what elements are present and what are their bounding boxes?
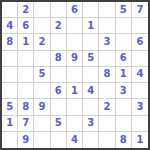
cell-r6c1[interactable]	[2, 83, 18, 99]
cell-r7c4[interactable]	[51, 99, 67, 115]
cell-r8c6[interactable]: 3	[83, 116, 99, 132]
cell-r9c1[interactable]	[2, 132, 18, 148]
cell-r8c1[interactable]: 1	[2, 116, 18, 132]
cell-r8c8[interactable]	[116, 116, 132, 132]
cell-r8c3[interactable]	[34, 116, 50, 132]
cell-r4c5[interactable]: 9	[67, 51, 83, 67]
cell-r6c7[interactable]	[99, 83, 115, 99]
cell-r9c2[interactable]: 9	[18, 132, 34, 148]
cell-r6c6[interactable]: 4	[83, 83, 99, 99]
cell-r1c1[interactable]	[2, 2, 18, 18]
cell-r6c3[interactable]	[34, 83, 50, 99]
cell-r9c7[interactable]	[99, 132, 115, 148]
cell-r2c5[interactable]	[67, 18, 83, 34]
cell-r2c4[interactable]: 2	[51, 18, 67, 34]
cell-r5c1[interactable]	[2, 67, 18, 83]
cell-r7c1[interactable]: 5	[2, 99, 18, 115]
cell-r1c6[interactable]	[83, 2, 99, 18]
cell-r9c4[interactable]	[51, 132, 67, 148]
cell-r7c5[interactable]	[67, 99, 83, 115]
cell-r9c5[interactable]: 4	[67, 132, 83, 148]
cell-r6c2[interactable]	[18, 83, 34, 99]
cell-r5c6[interactable]	[83, 67, 99, 83]
cell-r2c7[interactable]	[99, 18, 115, 34]
cell-r1c5[interactable]: 6	[67, 2, 83, 18]
cell-r2c8[interactable]	[116, 18, 132, 34]
cell-r4c3[interactable]	[34, 51, 50, 67]
cell-r5c5[interactable]	[67, 67, 83, 83]
cell-r2c6[interactable]: 1	[83, 18, 99, 34]
cell-r7c6[interactable]	[83, 99, 99, 115]
cell-r4c6[interactable]: 5	[83, 51, 99, 67]
cell-r1c4[interactable]	[51, 2, 67, 18]
cell-r8c4[interactable]: 5	[51, 116, 67, 132]
cell-r2c2[interactable]: 6	[18, 18, 34, 34]
cell-r1c7[interactable]	[99, 2, 115, 18]
cell-r2c1[interactable]: 4	[2, 18, 18, 34]
cell-r7c7[interactable]: 2	[99, 99, 115, 115]
cell-r5c7[interactable]: 8	[99, 67, 115, 83]
cell-r8c2[interactable]: 7	[18, 116, 34, 132]
cell-r3c8[interactable]	[116, 34, 132, 50]
cell-r5c4[interactable]	[51, 67, 67, 83]
cell-r9c3[interactable]	[34, 132, 50, 148]
cell-r3c2[interactable]: 1	[18, 34, 34, 50]
cell-r5c9[interactable]: 4	[132, 67, 148, 83]
cell-r9c8[interactable]: 8	[116, 132, 132, 148]
cell-r3c9[interactable]: 6	[132, 34, 148, 50]
cell-r3c7[interactable]: 3	[99, 34, 115, 50]
cell-r3c6[interactable]	[83, 34, 99, 50]
cell-r4c8[interactable]: 6	[116, 51, 132, 67]
cell-r1c9[interactable]: 7	[132, 2, 148, 18]
cell-r9c6[interactable]	[83, 132, 99, 148]
cell-r5c3[interactable]: 5	[34, 67, 50, 83]
cell-r6c8[interactable]: 3	[116, 83, 132, 99]
cell-r6c5[interactable]: 1	[67, 83, 83, 99]
cell-r4c7[interactable]	[99, 51, 115, 67]
cell-r4c2[interactable]	[18, 51, 34, 67]
cell-r2c9[interactable]	[132, 18, 148, 34]
cell-r1c8[interactable]: 5	[116, 2, 132, 18]
cell-r1c2[interactable]: 2	[18, 2, 34, 18]
cell-r8c9[interactable]	[132, 116, 148, 132]
cell-r4c4[interactable]: 8	[51, 51, 67, 67]
cell-r5c8[interactable]: 1	[116, 67, 132, 83]
cell-r3c1[interactable]: 8	[2, 34, 18, 50]
cell-r5c2[interactable]	[18, 67, 34, 83]
sudoku-board: 26574621812368956581461435892317539481	[0, 0, 150, 150]
cell-r4c9[interactable]	[132, 51, 148, 67]
cell-r6c4[interactable]: 6	[51, 83, 67, 99]
cell-r9c9[interactable]: 1	[132, 132, 148, 148]
cell-r2c3[interactable]	[34, 18, 50, 34]
cell-r3c4[interactable]	[51, 34, 67, 50]
cell-r7c8[interactable]	[116, 99, 132, 115]
cell-r3c5[interactable]	[67, 34, 83, 50]
cell-r8c7[interactable]	[99, 116, 115, 132]
cell-r3c3[interactable]: 2	[34, 34, 50, 50]
cell-r8c5[interactable]	[67, 116, 83, 132]
cell-r7c9[interactable]: 3	[132, 99, 148, 115]
cell-r1c3[interactable]	[34, 2, 50, 18]
cell-r4c1[interactable]	[2, 51, 18, 67]
cell-r7c3[interactable]: 9	[34, 99, 50, 115]
cell-r6c9[interactable]	[132, 83, 148, 99]
cell-r7c2[interactable]: 8	[18, 99, 34, 115]
